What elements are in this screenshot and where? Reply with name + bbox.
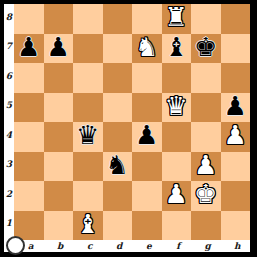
file-labels: abcdefgh — [14, 240, 250, 252]
piece-white-pawn[interactable]: ♟ — [194, 152, 217, 181]
square-h5[interactable]: ♟ — [221, 93, 251, 123]
square-e6[interactable] — [132, 63, 162, 93]
square-g8[interactable] — [191, 4, 221, 34]
square-g6[interactable] — [191, 63, 221, 93]
square-a8[interactable] — [14, 4, 44, 34]
piece-black-pawn[interactable]: ♟ — [224, 93, 247, 122]
file-label-d: d — [103, 240, 133, 252]
square-d1[interactable] — [103, 211, 133, 241]
file-label-f: f — [162, 240, 192, 252]
square-c2[interactable] — [73, 181, 103, 211]
square-f6[interactable] — [162, 63, 192, 93]
square-d4[interactable] — [103, 122, 133, 152]
square-c1[interactable]: ♝ — [73, 211, 103, 241]
square-c5[interactable] — [73, 93, 103, 123]
piece-white-bishop[interactable]: ♝ — [76, 211, 99, 240]
file-label-h: h — [221, 240, 251, 252]
square-f8[interactable]: ♜ — [162, 4, 192, 34]
square-h6[interactable] — [221, 63, 251, 93]
white-to-move-indicator — [6, 236, 25, 255]
square-f1[interactable] — [162, 211, 192, 241]
square-e5[interactable] — [132, 93, 162, 123]
square-e8[interactable] — [132, 4, 162, 34]
square-b6[interactable] — [44, 63, 74, 93]
piece-white-king[interactable]: ♚ — [194, 181, 217, 210]
square-a5[interactable] — [14, 93, 44, 123]
piece-white-pawn[interactable]: ♟ — [165, 181, 188, 210]
square-c4[interactable]: ♛ — [73, 122, 103, 152]
square-a4[interactable] — [14, 122, 44, 152]
file-label-e: e — [132, 240, 162, 252]
square-h8[interactable] — [221, 4, 251, 34]
rank-label-8: 8 — [4, 4, 14, 34]
rank-labels: 87654321 — [4, 4, 14, 240]
square-d6[interactable] — [103, 63, 133, 93]
square-b5[interactable] — [44, 93, 74, 123]
rank-label-5: 5 — [4, 93, 14, 123]
square-b4[interactable] — [44, 122, 74, 152]
rank-label-4: 4 — [4, 122, 14, 152]
square-a2[interactable] — [14, 181, 44, 211]
piece-white-knight[interactable]: ♞ — [135, 34, 158, 63]
square-a7[interactable]: ♟ — [14, 34, 44, 64]
square-h7[interactable] — [221, 34, 251, 64]
square-f5[interactable]: ♛ — [162, 93, 192, 123]
rank-label-3: 3 — [4, 152, 14, 182]
square-b2[interactable] — [44, 181, 74, 211]
chess-diagram: 87654321 ♜♟♟♞♝♚♛♟♛♟♟♞♟♟♚♝ abcdefgh — [0, 0, 257, 257]
square-d5[interactable] — [103, 93, 133, 123]
piece-black-king[interactable]: ♚ — [194, 34, 217, 63]
square-a3[interactable] — [14, 152, 44, 182]
rank-label-7: 7 — [4, 34, 14, 64]
board: ♜♟♟♞♝♚♛♟♛♟♟♞♟♟♚♝ — [14, 4, 250, 240]
square-c3[interactable] — [73, 152, 103, 182]
square-c6[interactable] — [73, 63, 103, 93]
square-e3[interactable] — [132, 152, 162, 182]
square-d7[interactable] — [103, 34, 133, 64]
piece-white-rook[interactable]: ♜ — [165, 4, 188, 33]
square-d3[interactable]: ♞ — [103, 152, 133, 182]
piece-black-pawn[interactable]: ♟ — [47, 34, 70, 63]
rank-label-6: 6 — [4, 63, 14, 93]
square-f2[interactable]: ♟ — [162, 181, 192, 211]
square-f7[interactable]: ♝ — [162, 34, 192, 64]
square-b7[interactable]: ♟ — [44, 34, 74, 64]
square-h4[interactable]: ♟ — [221, 122, 251, 152]
square-g7[interactable]: ♚ — [191, 34, 221, 64]
square-b8[interactable] — [44, 4, 74, 34]
square-d8[interactable] — [103, 4, 133, 34]
piece-black-bishop[interactable]: ♝ — [165, 34, 188, 63]
square-e4[interactable]: ♟ — [132, 122, 162, 152]
square-f4[interactable] — [162, 122, 192, 152]
square-d2[interactable] — [103, 181, 133, 211]
square-c7[interactable] — [73, 34, 103, 64]
square-e2[interactable] — [132, 181, 162, 211]
square-h1[interactable] — [221, 211, 251, 241]
square-c8[interactable] — [73, 4, 103, 34]
square-e7[interactable]: ♞ — [132, 34, 162, 64]
square-g1[interactable] — [191, 211, 221, 241]
square-f3[interactable] — [162, 152, 192, 182]
square-b1[interactable] — [44, 211, 74, 241]
piece-black-pawn[interactable]: ♟ — [17, 34, 40, 63]
square-g2[interactable]: ♚ — [191, 181, 221, 211]
square-b3[interactable] — [44, 152, 74, 182]
square-h2[interactable] — [221, 181, 251, 211]
square-g5[interactable] — [191, 93, 221, 123]
square-g3[interactable]: ♟ — [191, 152, 221, 182]
piece-white-queen[interactable]: ♛ — [165, 93, 188, 122]
piece-black-pawn[interactable]: ♟ — [135, 122, 158, 151]
rank-label-2: 2 — [4, 181, 14, 211]
piece-white-pawn[interactable]: ♟ — [224, 122, 247, 151]
square-g4[interactable] — [191, 122, 221, 152]
square-h3[interactable] — [221, 152, 251, 182]
square-e1[interactable] — [132, 211, 162, 241]
file-label-b: b — [44, 240, 74, 252]
square-a6[interactable] — [14, 63, 44, 93]
file-label-c: c — [73, 240, 103, 252]
piece-black-knight[interactable]: ♞ — [106, 152, 129, 181]
file-label-g: g — [191, 240, 221, 252]
piece-black-queen[interactable]: ♛ — [76, 122, 99, 151]
